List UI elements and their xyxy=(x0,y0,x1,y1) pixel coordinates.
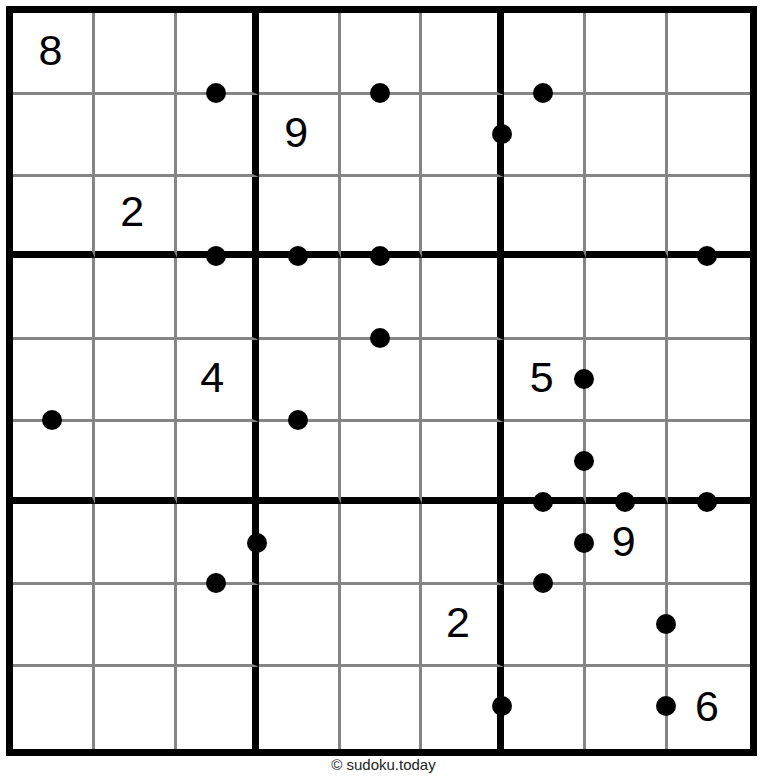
given-digit: 8 xyxy=(38,29,62,72)
cell-r3c2[interactable]: 2 xyxy=(95,177,177,259)
cell-r4c8[interactable] xyxy=(586,258,668,340)
cell-r5c5[interactable] xyxy=(341,340,423,422)
cell-r7c4[interactable] xyxy=(259,504,341,586)
given-digit: 9 xyxy=(284,111,308,154)
cell-r4c4[interactable] xyxy=(259,258,341,340)
cell-r5c8[interactable] xyxy=(586,340,668,422)
cell-r9c5[interactable] xyxy=(341,667,423,749)
cell-r1c3[interactable] xyxy=(177,13,259,95)
cell-r7c6[interactable] xyxy=(422,504,504,586)
cell-r9c3[interactable] xyxy=(177,667,259,749)
cell-r7c5[interactable] xyxy=(341,504,423,586)
cell-r7c9[interactable] xyxy=(668,504,750,586)
cell-r8c5[interactable] xyxy=(341,585,423,667)
sudoku-board: 89245926 xyxy=(6,6,757,756)
cell-r4c3[interactable] xyxy=(177,258,259,340)
cell-r7c7[interactable] xyxy=(504,504,586,586)
cell-r3c8[interactable] xyxy=(586,177,668,259)
cell-r5c2[interactable] xyxy=(95,340,177,422)
cell-r5c3[interactable]: 4 xyxy=(177,340,259,422)
cell-r8c6[interactable]: 2 xyxy=(422,585,504,667)
cell-r9c2[interactable] xyxy=(95,667,177,749)
cell-r7c8[interactable]: 9 xyxy=(586,504,668,586)
cell-r2c2[interactable] xyxy=(95,95,177,177)
cell-r2c5[interactable] xyxy=(341,95,423,177)
cell-r5c1[interactable] xyxy=(13,340,95,422)
sudoku-grid: 89245926 xyxy=(13,13,750,749)
cell-r6c2[interactable] xyxy=(95,422,177,504)
cell-r9c7[interactable] xyxy=(504,667,586,749)
cell-r2c9[interactable] xyxy=(668,95,750,177)
cell-r2c3[interactable] xyxy=(177,95,259,177)
cell-r4c7[interactable] xyxy=(504,258,586,340)
cell-r6c4[interactable] xyxy=(259,422,341,504)
cell-r9c8[interactable] xyxy=(586,667,668,749)
cell-r8c1[interactable] xyxy=(13,585,95,667)
cell-r8c4[interactable] xyxy=(259,585,341,667)
cell-r3c7[interactable] xyxy=(504,177,586,259)
cell-r2c1[interactable] xyxy=(13,95,95,177)
cell-r9c6[interactable] xyxy=(422,667,504,749)
cell-r2c6[interactable] xyxy=(422,95,504,177)
cell-r6c3[interactable] xyxy=(177,422,259,504)
cell-r1c5[interactable] xyxy=(341,13,423,95)
copyright-text: © sudoku.today xyxy=(0,756,767,773)
cell-r6c5[interactable] xyxy=(341,422,423,504)
cell-r3c9[interactable] xyxy=(668,177,750,259)
given-digit: 2 xyxy=(446,601,470,644)
cell-r9c1[interactable] xyxy=(13,667,95,749)
cell-r8c2[interactable] xyxy=(95,585,177,667)
cell-r2c7[interactable] xyxy=(504,95,586,177)
given-digit: 5 xyxy=(530,356,554,399)
cell-r1c8[interactable] xyxy=(586,13,668,95)
cell-r6c7[interactable] xyxy=(504,422,586,504)
cell-r8c7[interactable] xyxy=(504,585,586,667)
cell-r6c6[interactable] xyxy=(422,422,504,504)
cell-r5c4[interactable] xyxy=(259,340,341,422)
puzzle-page: 89245926 © sudoku.today xyxy=(0,0,767,777)
cell-r9c4[interactable] xyxy=(259,667,341,749)
cell-r3c3[interactable] xyxy=(177,177,259,259)
cell-r1c4[interactable] xyxy=(259,13,341,95)
cell-r7c3[interactable] xyxy=(177,504,259,586)
cell-r9c9[interactable]: 6 xyxy=(668,667,750,749)
cell-r3c4[interactable] xyxy=(259,177,341,259)
cell-r8c9[interactable] xyxy=(668,585,750,667)
cell-r2c4[interactable]: 9 xyxy=(259,95,341,177)
cell-r1c6[interactable] xyxy=(422,13,504,95)
cell-r4c6[interactable] xyxy=(422,258,504,340)
given-digit: 6 xyxy=(695,685,719,728)
cell-r8c3[interactable] xyxy=(177,585,259,667)
cell-r7c1[interactable] xyxy=(13,504,95,586)
cell-r1c1[interactable]: 8 xyxy=(13,13,95,95)
cell-r3c5[interactable] xyxy=(341,177,423,259)
cell-r5c6[interactable] xyxy=(422,340,504,422)
cell-r5c7[interactable]: 5 xyxy=(504,340,586,422)
cell-r7c2[interactable] xyxy=(95,504,177,586)
cell-r4c5[interactable] xyxy=(341,258,423,340)
cell-r5c9[interactable] xyxy=(668,340,750,422)
cell-r4c9[interactable] xyxy=(668,258,750,340)
cell-r1c7[interactable] xyxy=(504,13,586,95)
cell-r6c1[interactable] xyxy=(13,422,95,504)
given-digit: 4 xyxy=(200,356,224,399)
given-digit: 2 xyxy=(120,190,144,233)
cell-r6c8[interactable] xyxy=(586,422,668,504)
cell-r1c9[interactable] xyxy=(668,13,750,95)
cell-r4c2[interactable] xyxy=(95,258,177,340)
cell-r2c8[interactable] xyxy=(586,95,668,177)
cell-r3c1[interactable] xyxy=(13,177,95,259)
cell-r3c6[interactable] xyxy=(422,177,504,259)
cell-r8c8[interactable] xyxy=(586,585,668,667)
cell-r4c1[interactable] xyxy=(13,258,95,340)
cell-r1c2[interactable] xyxy=(95,13,177,95)
given-digit: 9 xyxy=(612,520,636,563)
cell-r6c9[interactable] xyxy=(668,422,750,504)
